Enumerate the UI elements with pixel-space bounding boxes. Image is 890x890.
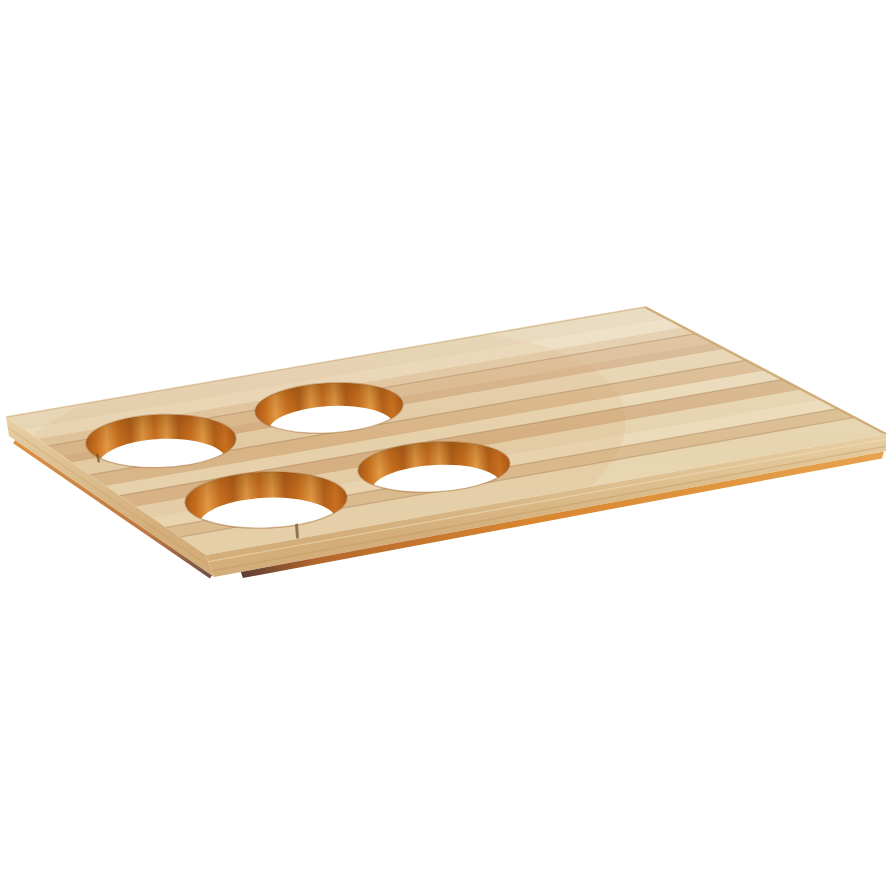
- photo-canvas: [0, 0, 890, 890]
- wood-knot: [297, 525, 298, 537]
- wooden-board: [0, 285, 890, 656]
- wood-knot: [97, 455, 98, 462]
- wooden-board-photo: [0, 0, 890, 890]
